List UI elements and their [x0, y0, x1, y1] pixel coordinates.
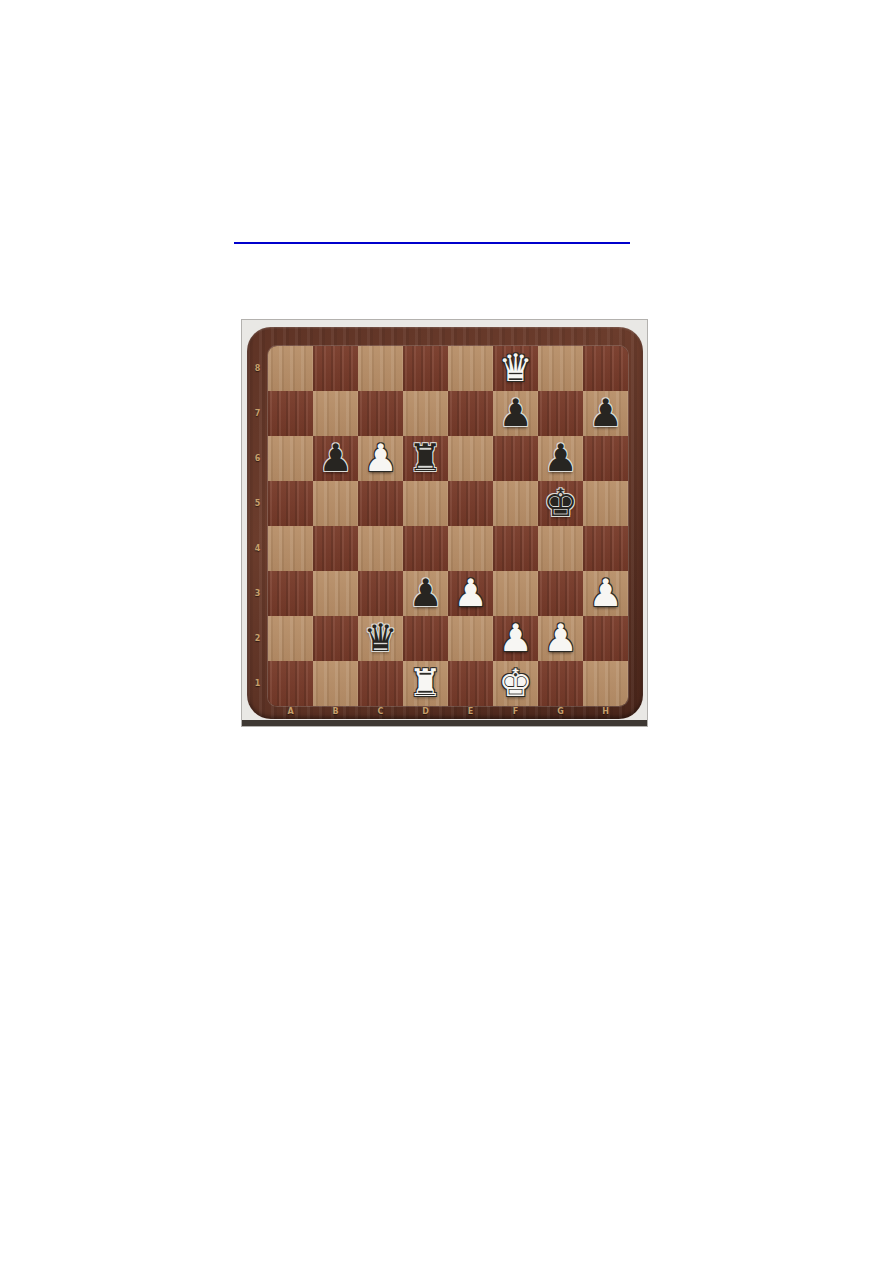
board-shadow — [242, 720, 647, 726]
file-label-e: E — [448, 704, 493, 719]
square-h4 — [583, 526, 628, 571]
square-f3 — [493, 571, 538, 616]
rank-labels: 87654321 — [247, 346, 268, 706]
square-h5 — [583, 481, 628, 526]
square-g2: ♟ — [538, 616, 583, 661]
file-label-g: G — [538, 704, 583, 719]
square-f8: ♛ — [493, 346, 538, 391]
square-b6: ♟ — [313, 436, 358, 481]
chess-board-image: 87654321 ♛♟♟♟♟♜♟♚♟♟♟♛♟♟♜♚ ABCDEFGH — [241, 319, 648, 727]
square-d2 — [403, 616, 448, 661]
square-b3 — [313, 571, 358, 616]
square-d5 — [403, 481, 448, 526]
square-g4 — [538, 526, 583, 571]
square-g7 — [538, 391, 583, 436]
square-d4 — [403, 526, 448, 571]
square-b1 — [313, 661, 358, 706]
square-e5 — [448, 481, 493, 526]
square-d3: ♟ — [403, 571, 448, 616]
rank-label-1: 1 — [247, 661, 268, 706]
rank-label-3: 3 — [247, 571, 268, 616]
square-f2: ♟ — [493, 616, 538, 661]
square-h8 — [583, 346, 628, 391]
rank-label-5: 5 — [247, 481, 268, 526]
rank-label-4: 4 — [247, 526, 268, 571]
white-pawn-f2: ♟ — [498, 619, 532, 657]
square-c1 — [358, 661, 403, 706]
file-label-d: D — [403, 704, 448, 719]
square-d7 — [403, 391, 448, 436]
square-e3: ♟ — [448, 571, 493, 616]
file-label-h: H — [583, 704, 628, 719]
black-pawn-b6: ♟ — [318, 439, 352, 477]
file-label-f: F — [493, 704, 538, 719]
square-b8 — [313, 346, 358, 391]
square-a6 — [268, 436, 313, 481]
black-pawn-h7: ♟ — [588, 394, 622, 432]
square-e2 — [448, 616, 493, 661]
square-c8 — [358, 346, 403, 391]
white-pawn-g2: ♟ — [543, 619, 577, 657]
square-f5 — [493, 481, 538, 526]
square-h2 — [583, 616, 628, 661]
white-pawn-h3: ♟ — [588, 574, 622, 612]
square-h3: ♟ — [583, 571, 628, 616]
link-underline[interactable] — [234, 242, 630, 244]
square-b2 — [313, 616, 358, 661]
square-g3 — [538, 571, 583, 616]
black-pawn-d3: ♟ — [408, 574, 442, 612]
rank-label-8: 8 — [247, 346, 268, 391]
square-a3 — [268, 571, 313, 616]
square-g5: ♚ — [538, 481, 583, 526]
square-f7: ♟ — [493, 391, 538, 436]
square-c6: ♟ — [358, 436, 403, 481]
square-b5 — [313, 481, 358, 526]
square-d6: ♜ — [403, 436, 448, 481]
white-queen-f8: ♛ — [498, 349, 532, 387]
rank-label-2: 2 — [247, 616, 268, 661]
white-rook-d1: ♜ — [408, 664, 442, 702]
rank-label-6: 6 — [247, 436, 268, 481]
square-h7: ♟ — [583, 391, 628, 436]
square-g8 — [538, 346, 583, 391]
square-e7 — [448, 391, 493, 436]
square-d8 — [403, 346, 448, 391]
square-e4 — [448, 526, 493, 571]
square-e1 — [448, 661, 493, 706]
square-f1: ♚ — [493, 661, 538, 706]
white-pawn-c6: ♟ — [363, 439, 397, 477]
black-queen-c2: ♛ — [363, 619, 397, 657]
square-f4 — [493, 526, 538, 571]
square-c7 — [358, 391, 403, 436]
board-grid: ♛♟♟♟♟♜♟♚♟♟♟♛♟♟♜♚ — [268, 346, 628, 706]
square-e6 — [448, 436, 493, 481]
file-labels: ABCDEFGH — [268, 704, 628, 719]
white-pawn-e3: ♟ — [453, 574, 487, 612]
square-b7 — [313, 391, 358, 436]
square-c4 — [358, 526, 403, 571]
square-e8 — [448, 346, 493, 391]
file-label-b: B — [313, 704, 358, 719]
square-d1: ♜ — [403, 661, 448, 706]
black-king-g5: ♚ — [543, 484, 577, 522]
square-b4 — [313, 526, 358, 571]
square-c2: ♛ — [358, 616, 403, 661]
square-h6 — [583, 436, 628, 481]
square-h1 — [583, 661, 628, 706]
white-king-f1: ♚ — [498, 664, 532, 702]
square-a1 — [268, 661, 313, 706]
black-rook-d6: ♜ — [408, 439, 442, 477]
square-f6 — [493, 436, 538, 481]
square-c3 — [358, 571, 403, 616]
square-a4 — [268, 526, 313, 571]
square-c5 — [358, 481, 403, 526]
black-pawn-f7: ♟ — [498, 394, 532, 432]
file-label-c: C — [358, 704, 403, 719]
square-a8 — [268, 346, 313, 391]
board-frame: 87654321 ♛♟♟♟♟♜♟♚♟♟♟♛♟♟♜♚ ABCDEFGH — [247, 327, 643, 719]
square-g6: ♟ — [538, 436, 583, 481]
square-a2 — [268, 616, 313, 661]
file-label-a: A — [268, 704, 313, 719]
square-a5 — [268, 481, 313, 526]
rank-label-7: 7 — [247, 391, 268, 436]
black-pawn-g6: ♟ — [543, 439, 577, 477]
square-g1 — [538, 661, 583, 706]
square-a7 — [268, 391, 313, 436]
